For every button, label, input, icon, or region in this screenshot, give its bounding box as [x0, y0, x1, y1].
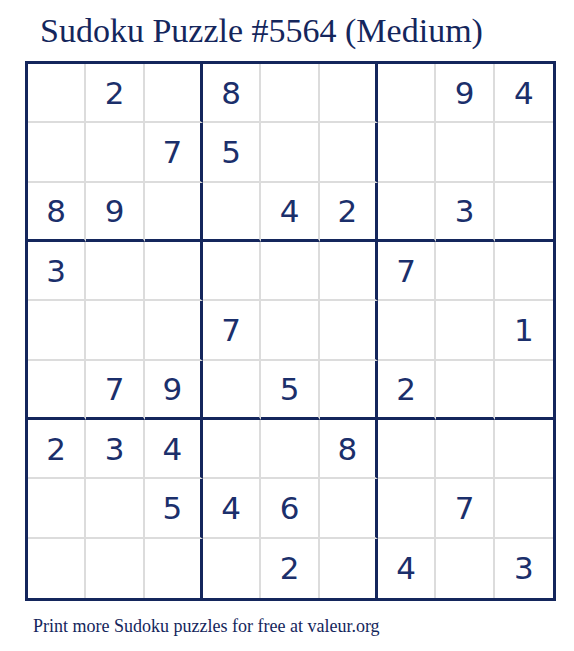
cell-r1c2: 2	[86, 64, 144, 123]
cell-r8c7	[378, 479, 436, 538]
cell-r5c8	[436, 301, 494, 360]
cell-r6c8	[436, 361, 494, 420]
cell-r1c1	[28, 64, 86, 123]
cell-r5c4: 7	[203, 301, 261, 360]
cell-r7c4	[203, 420, 261, 479]
cell-r8c4: 4	[203, 479, 261, 538]
cell-r1c4: 8	[203, 64, 261, 123]
cell-r8c2	[86, 479, 144, 538]
cell-r2c2	[86, 123, 144, 182]
cell-r4c5	[261, 242, 319, 301]
cell-r7c1: 2	[28, 420, 86, 479]
cell-r1c5	[261, 64, 319, 123]
cell-r6c3: 9	[145, 361, 203, 420]
cell-r9c9: 3	[495, 539, 553, 598]
cell-r9c4	[203, 539, 261, 598]
cell-r3c6: 2	[320, 183, 378, 242]
cell-r1c7	[378, 64, 436, 123]
cell-r4c9	[495, 242, 553, 301]
cell-r9c3	[145, 539, 203, 598]
cell-r4c3	[145, 242, 203, 301]
cell-r6c1	[28, 361, 86, 420]
cell-r4c6	[320, 242, 378, 301]
cell-r4c4	[203, 242, 261, 301]
cell-r5c1	[28, 301, 86, 360]
cell-r8c9	[495, 479, 553, 538]
cell-r8c1	[28, 479, 86, 538]
cell-r2c4: 5	[203, 123, 261, 182]
cell-r8c3: 5	[145, 479, 203, 538]
cell-r1c3	[145, 64, 203, 123]
cell-r3c4	[203, 183, 261, 242]
cell-r7c6: 8	[320, 420, 378, 479]
cell-r5c6	[320, 301, 378, 360]
cell-r3c8: 3	[436, 183, 494, 242]
cell-r4c1: 3	[28, 242, 86, 301]
cell-r1c9: 4	[495, 64, 553, 123]
cell-r7c3: 4	[145, 420, 203, 479]
cell-r2c5	[261, 123, 319, 182]
cell-r6c9	[495, 361, 553, 420]
cell-r5c5	[261, 301, 319, 360]
cell-r5c2	[86, 301, 144, 360]
cell-r7c9	[495, 420, 553, 479]
cell-r2c9	[495, 123, 553, 182]
cell-r6c4	[203, 361, 261, 420]
cell-r7c2: 3	[86, 420, 144, 479]
cell-r8c6	[320, 479, 378, 538]
cell-r9c2	[86, 539, 144, 598]
cell-r9c1	[28, 539, 86, 598]
cell-r6c6	[320, 361, 378, 420]
cell-r6c2: 7	[86, 361, 144, 420]
cell-r6c5: 5	[261, 361, 319, 420]
cell-r2c8	[436, 123, 494, 182]
cell-r3c3	[145, 183, 203, 242]
puzzle-title: Sudoku Puzzle #5564 (Medium)	[40, 14, 483, 48]
cell-r1c6	[320, 64, 378, 123]
cell-r3c2: 9	[86, 183, 144, 242]
cell-r7c7	[378, 420, 436, 479]
cell-r9c8	[436, 539, 494, 598]
cell-r3c1: 8	[28, 183, 86, 242]
cell-r3c9	[495, 183, 553, 242]
cell-r2c7	[378, 123, 436, 182]
cell-r8c8: 7	[436, 479, 494, 538]
cell-r3c5: 4	[261, 183, 319, 242]
cell-r2c6	[320, 123, 378, 182]
cell-r9c6	[320, 539, 378, 598]
sudoku-page: Sudoku Puzzle #5564 (Medium) 28947589423…	[0, 0, 574, 651]
cell-r9c7: 4	[378, 539, 436, 598]
cell-r4c7: 7	[378, 242, 436, 301]
sudoku-board: 289475894233771795223485467243	[25, 61, 556, 601]
cell-r4c8	[436, 242, 494, 301]
cell-r5c3	[145, 301, 203, 360]
cell-r4c2	[86, 242, 144, 301]
cell-r7c8	[436, 420, 494, 479]
cell-r8c5: 6	[261, 479, 319, 538]
cell-r1c8: 9	[436, 64, 494, 123]
cell-r2c1	[28, 123, 86, 182]
cell-r6c7: 2	[378, 361, 436, 420]
footer-text: Print more Sudoku puzzles for free at va…	[33, 616, 380, 637]
cell-r9c5: 2	[261, 539, 319, 598]
cell-r5c9: 1	[495, 301, 553, 360]
cell-r7c5	[261, 420, 319, 479]
cell-r5c7	[378, 301, 436, 360]
cell-r3c7	[378, 183, 436, 242]
cell-r2c3: 7	[145, 123, 203, 182]
